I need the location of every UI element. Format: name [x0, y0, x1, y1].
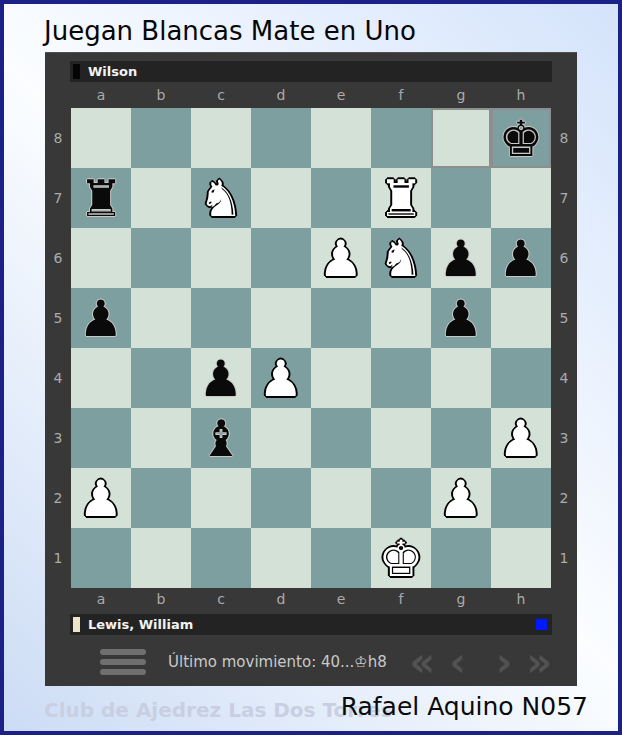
last-move-status: Último movimiento: 40...♔h8: [168, 653, 387, 671]
file-label-f: f: [371, 588, 431, 610]
square-a4[interactable]: [71, 348, 131, 408]
square-e2[interactable]: [311, 468, 371, 528]
blue-result-marker: [536, 619, 547, 630]
file-label-f: f: [371, 84, 431, 106]
square-c6[interactable]: [191, 228, 251, 288]
square-g8[interactable]: [431, 108, 491, 168]
square-f2[interactable]: [371, 468, 431, 528]
square-f5[interactable]: [371, 288, 431, 348]
square-d1[interactable]: [251, 528, 311, 588]
rank-labels-right: 87654321: [551, 108, 577, 588]
square-e1[interactable]: [311, 528, 371, 588]
square-g5[interactable]: ♟: [431, 288, 491, 348]
square-f4[interactable]: [371, 348, 431, 408]
white-pawn-e6[interactable]: ♟: [311, 228, 371, 288]
square-f6[interactable]: ♞: [371, 228, 431, 288]
file-label-b: b: [131, 588, 191, 610]
square-e3[interactable]: [311, 408, 371, 468]
file-label-b: b: [131, 84, 191, 106]
black-pawn-c4[interactable]: ♟: [191, 348, 251, 408]
square-d3[interactable]: [251, 408, 311, 468]
white-king-f1[interactable]: ♚: [371, 528, 431, 588]
file-label-d: d: [251, 84, 311, 106]
square-a8[interactable]: [71, 108, 131, 168]
square-h8[interactable]: ♚: [491, 108, 551, 168]
square-g6[interactable]: ♟: [431, 228, 491, 288]
square-h2[interactable]: [491, 468, 551, 528]
bottom-player-name: Lewis, William: [88, 617, 193, 632]
black-pawn-h6[interactable]: ♟: [491, 228, 551, 288]
control-bar: Último movimiento: 40...♔h8 « ‹ › »: [70, 641, 552, 683]
square-g4[interactable]: [431, 348, 491, 408]
square-b7[interactable]: [131, 168, 191, 228]
square-e8[interactable]: [311, 108, 371, 168]
square-b3[interactable]: [131, 408, 191, 468]
black-king-h8[interactable]: ♚: [491, 108, 551, 168]
black-color-indicator: [73, 64, 80, 79]
square-e5[interactable]: [311, 288, 371, 348]
square-f1[interactable]: ♚: [371, 528, 431, 588]
file-label-g: g: [431, 588, 491, 610]
file-label-a: a: [71, 84, 131, 106]
chess-board: ♚♜♞♜♟♞♟♟♟♟♟♟♝♟♟♟♚: [71, 108, 551, 588]
rank-label-4: 4: [551, 348, 577, 408]
square-d5[interactable]: [251, 288, 311, 348]
white-pawn-g2[interactable]: ♟: [431, 468, 491, 528]
white-pawn-a2[interactable]: ♟: [71, 468, 131, 528]
black-pawn-g5[interactable]: ♟: [431, 288, 491, 348]
square-c8[interactable]: [191, 108, 251, 168]
rank-label-5: 5: [45, 288, 71, 348]
white-rook-f7[interactable]: ♜: [371, 168, 431, 228]
square-h6[interactable]: ♟: [491, 228, 551, 288]
rank-label-7: 7: [551, 168, 577, 228]
nav-arrows: « ‹ › »: [409, 642, 552, 682]
square-h7[interactable]: [491, 168, 551, 228]
black-rook-a7[interactable]: ♜: [71, 168, 131, 228]
square-a2[interactable]: ♟: [71, 468, 131, 528]
file-labels-bottom: abcdefgh: [71, 588, 551, 610]
go-last-button[interactable]: »: [526, 642, 552, 682]
square-b4[interactable]: [131, 348, 191, 408]
square-b6[interactable]: [131, 228, 191, 288]
file-label-h: h: [491, 84, 551, 106]
white-color-indicator: [73, 617, 80, 632]
file-label-h: h: [491, 588, 551, 610]
square-g3[interactable]: [431, 408, 491, 468]
square-h5[interactable]: [491, 288, 551, 348]
rank-label-3: 3: [551, 408, 577, 468]
square-g2[interactable]: ♟: [431, 468, 491, 528]
file-label-c: c: [191, 588, 251, 610]
square-f8[interactable]: [371, 108, 431, 168]
go-first-button[interactable]: «: [409, 642, 435, 682]
rank-label-1: 1: [551, 528, 577, 588]
square-h1[interactable]: [491, 528, 551, 588]
square-a1[interactable]: [71, 528, 131, 588]
rank-label-2: 2: [45, 468, 71, 528]
square-a5[interactable]: ♟: [71, 288, 131, 348]
square-c4[interactable]: ♟: [191, 348, 251, 408]
square-b5[interactable]: [131, 288, 191, 348]
square-b2[interactable]: [131, 468, 191, 528]
rank-label-7: 7: [45, 168, 71, 228]
menu-icon[interactable]: [100, 645, 146, 679]
file-label-d: d: [251, 588, 311, 610]
file-label-e: e: [311, 588, 371, 610]
rank-label-6: 6: [45, 228, 71, 288]
square-a6[interactable]: [71, 228, 131, 288]
white-pawn-h3[interactable]: ♟: [491, 408, 551, 468]
rank-label-2: 2: [551, 468, 577, 528]
square-d2[interactable]: [251, 468, 311, 528]
white-knight-c7[interactable]: ♞: [191, 168, 251, 228]
black-bishop-c3[interactable]: ♝: [191, 408, 251, 468]
page: Juegan Blancas Mate en Uno Wilson abcdef…: [0, 0, 622, 735]
go-previous-button[interactable]: ‹: [449, 642, 465, 682]
rank-label-8: 8: [45, 108, 71, 168]
white-pawn-d4[interactable]: ♟: [251, 348, 311, 408]
rank-label-1: 1: [45, 528, 71, 588]
rank-labels-left: 87654321: [45, 108, 71, 588]
square-h3[interactable]: ♟: [491, 408, 551, 468]
square-g7[interactable]: [431, 168, 491, 228]
square-c3[interactable]: ♝: [191, 408, 251, 468]
top-player-name: Wilson: [88, 64, 137, 79]
square-a7[interactable]: ♜: [71, 168, 131, 228]
author-label: Rafael Aquino N057: [341, 692, 588, 721]
square-c1[interactable]: [191, 528, 251, 588]
square-c7[interactable]: ♞: [191, 168, 251, 228]
square-c2[interactable]: [191, 468, 251, 528]
rank-label-8: 8: [551, 108, 577, 168]
black-pawn-g6[interactable]: ♟: [431, 228, 491, 288]
square-e7[interactable]: [311, 168, 371, 228]
file-labels-top: abcdefgh: [71, 84, 551, 106]
square-b1[interactable]: [131, 528, 191, 588]
file-label-c: c: [191, 84, 251, 106]
chess-widget: Wilson abcdefgh 87654321 ♚♜♞♜♟♞♟♟♟♟♟♟♝♟♟…: [45, 52, 577, 686]
square-f7[interactable]: ♜: [371, 168, 431, 228]
square-f3[interactable]: [371, 408, 431, 468]
rank-label-3: 3: [45, 408, 71, 468]
rank-label-5: 5: [551, 288, 577, 348]
square-g1[interactable]: [431, 528, 491, 588]
rank-label-4: 4: [45, 348, 71, 408]
square-d4[interactable]: ♟: [251, 348, 311, 408]
file-label-a: a: [71, 588, 131, 610]
file-label-g: g: [431, 84, 491, 106]
square-a3[interactable]: [71, 408, 131, 468]
square-e6[interactable]: ♟: [311, 228, 371, 288]
go-next-button[interactable]: ›: [496, 642, 512, 682]
square-h4[interactable]: [491, 348, 551, 408]
square-b8[interactable]: [131, 108, 191, 168]
square-c5[interactable]: [191, 288, 251, 348]
square-d7[interactable]: [251, 168, 311, 228]
file-label-e: e: [311, 84, 371, 106]
page-title: Juegan Blancas Mate en Uno: [44, 16, 416, 46]
bottom-player-bar: Lewis, William: [70, 614, 552, 635]
top-player-bar: Wilson: [70, 61, 552, 82]
black-pawn-a5[interactable]: ♟: [71, 288, 131, 348]
rank-label-6: 6: [551, 228, 577, 288]
square-d8[interactable]: [251, 108, 311, 168]
white-knight-f6[interactable]: ♞: [371, 228, 431, 288]
square-d6[interactable]: [251, 228, 311, 288]
square-e4[interactable]: [311, 348, 371, 408]
